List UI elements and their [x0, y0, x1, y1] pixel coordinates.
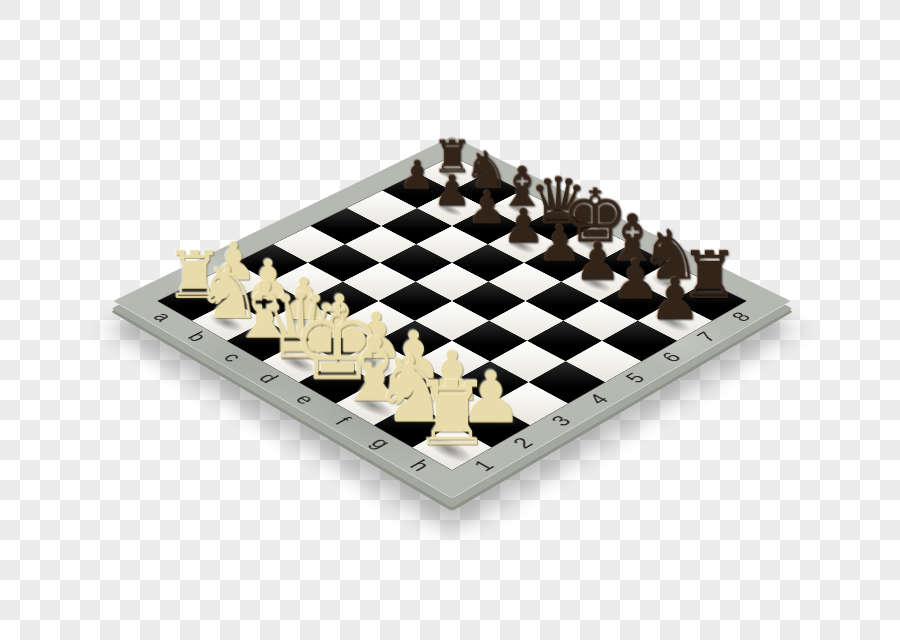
- transparent-background: abcdefgh12345678 ♜♞♝♛♚♝♞♜♟♟♟♟♟♟♟♟♟♟♟♟♟♟♟…: [0, 0, 900, 640]
- board-scene: abcdefgh12345678 ♜♞♝♛♚♝♞♜♟♟♟♟♟♟♟♟♟♟♟♟♟♟♟…: [0, 0, 900, 640]
- chess-board[interactable]: abcdefgh12345678 ♜♞♝♛♚♝♞♜♟♟♟♟♟♟♟♟♟♟♟♟♟♟♟…: [113, 136, 792, 499]
- white-rook-icon: ♜: [412, 369, 492, 458]
- black-pawn-icon: ♟: [433, 171, 471, 214]
- black-pawn-icon: ♟: [649, 270, 701, 328]
- black-pawn-icon: ♟: [399, 155, 435, 195]
